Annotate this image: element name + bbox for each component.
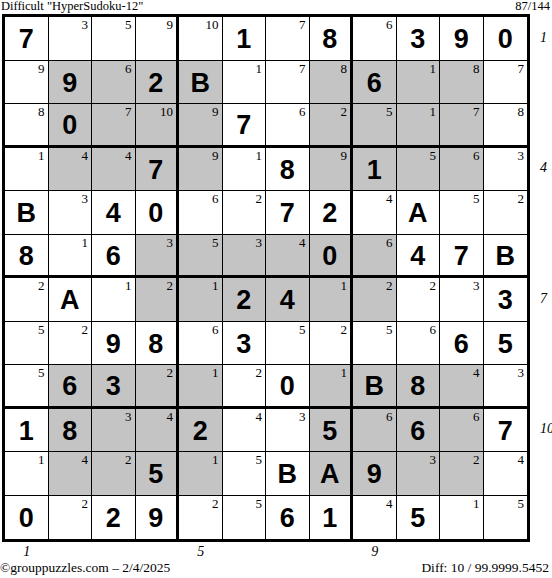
given-value: 7 (280, 197, 295, 227)
corner-mark: 3 (518, 149, 525, 163)
corner-mark: 2 (212, 497, 219, 511)
corner-mark: 2 (82, 497, 89, 511)
given-value: B (191, 67, 211, 97)
cell-r3c1[interactable]: 8 (5, 104, 49, 148)
cell-r1c9[interactable]: 6 (353, 17, 397, 61)
cell-r8c8[interactable]: 2 (310, 322, 354, 366)
given-value: 3 (236, 328, 251, 358)
given-value: 3 (498, 284, 513, 314)
cell-r7c4[interactable]: 2 (136, 278, 180, 322)
cell-r8c2[interactable]: 2 (49, 322, 93, 366)
cell-r7c3[interactable]: 1 (92, 278, 136, 322)
cell-r8c1[interactable]: 5 (5, 322, 49, 366)
corner-mark: 2 (167, 366, 174, 380)
given-value: 7 (454, 240, 469, 270)
given-value: B (17, 197, 37, 227)
cell-r2c10[interactable]: 1 (397, 61, 441, 105)
given-value: 8 (410, 370, 425, 400)
cell-r12c9[interactable]: 4 (353, 496, 397, 540)
corner-mark: 5 (38, 323, 45, 337)
given-value: 5 (410, 502, 425, 532)
cell-r4c3[interactable]: 4 (92, 148, 136, 192)
puzzle-page: Difficult "HyperSudoku-12" 87/144 735910… (0, 0, 552, 578)
corner-mark: 9 (167, 18, 174, 32)
cell-r5c12[interactable]: 2 (484, 191, 528, 235)
corner-mark: 2 (125, 453, 132, 467)
corner-mark: 3 (125, 410, 132, 424)
cell-r4c7: 8 (266, 148, 310, 192)
corner-mark: 7 (518, 62, 525, 76)
progress-counter: 87/144 (515, 0, 550, 14)
cell-r2c12[interactable]: 7 (484, 61, 528, 105)
corner-mark: 6 (386, 18, 393, 32)
given-value: 6 (454, 328, 469, 358)
corner-mark: 4 (82, 453, 89, 467)
corner-mark: 5 (386, 105, 393, 119)
cell-r3c9[interactable]: 5 (353, 104, 397, 148)
cell-r11c5[interactable]: 1 (179, 452, 223, 496)
cell-r5c8: 2 (310, 191, 354, 235)
copyright-footer: ©grouppuzzles.com – 2/4/2025 (0, 560, 170, 576)
given-value: B (496, 240, 516, 270)
corner-mark: 5 (386, 323, 393, 337)
difficulty-footer: Diff: 10 / 99.9999.5452 (421, 560, 549, 576)
corner-mark: 1 (473, 497, 480, 511)
given-value: 9 (62, 67, 77, 97)
cell-r6c7[interactable]: 4 (266, 235, 310, 279)
row-label-1: 1 (540, 30, 547, 46)
cell-r12c11[interactable]: 1 (440, 496, 484, 540)
given-value: A (320, 458, 340, 488)
cell-r5c1: B (5, 191, 49, 235)
given-value: 6 (410, 415, 425, 445)
corner-mark: 2 (341, 323, 348, 337)
given-value: 5 (498, 328, 513, 358)
corner-mark: 3 (256, 236, 263, 250)
cell-r7c12: 3 (484, 278, 528, 322)
corner-mark: 1 (212, 279, 219, 293)
given-value: 2 (148, 67, 163, 97)
cell-r6c5[interactable]: 5 (179, 235, 223, 279)
cell-r11c11[interactable]: 2 (440, 452, 484, 496)
cell-r9c2: 6 (49, 365, 93, 409)
cell-r8c12: 5 (484, 322, 528, 366)
page-title: Difficult "HyperSudoku-12" (1, 0, 143, 14)
cell-r5c3: 4 (92, 191, 136, 235)
corner-mark: 1 (341, 279, 348, 293)
corner-mark: 9 (341, 149, 348, 163)
given-value: 4 (106, 197, 121, 227)
corner-mark: 9 (212, 105, 219, 119)
corner-mark: 6 (386, 410, 393, 424)
cell-r3c2: 0 (49, 104, 93, 148)
corner-mark: 1 (430, 105, 437, 119)
cell-r2c11[interactable]: 8 (440, 61, 484, 105)
cell-r12c6[interactable]: 5 (223, 496, 267, 540)
cell-r4c8[interactable]: 9 (310, 148, 354, 192)
corner-mark: 2 (341, 105, 348, 119)
corner-mark: 9 (38, 62, 45, 76)
given-value: B (278, 458, 298, 488)
given-value: 2 (106, 502, 121, 532)
cell-r10c10: 6 (397, 409, 441, 453)
cell-r11c8: A (310, 452, 354, 496)
cell-r3c12[interactable]: 8 (484, 104, 528, 148)
corner-mark: 9 (212, 149, 219, 163)
cell-r5c6[interactable]: 2 (223, 191, 267, 235)
cell-r7c9[interactable]: 2 (353, 278, 397, 322)
cell-r6c10: 4 (397, 235, 441, 279)
cell-r1c1: 7 (5, 17, 49, 61)
cell-r11c12[interactable]: 4 (484, 452, 528, 496)
cell-r9c9: B (353, 365, 397, 409)
corner-mark: 1 (82, 236, 89, 250)
corner-mark: 7 (125, 105, 132, 119)
corner-mark: 1 (212, 453, 219, 467)
cell-r5c5[interactable]: 6 (179, 191, 223, 235)
corner-mark: 6 (473, 149, 480, 163)
cell-r6c3: 6 (92, 235, 136, 279)
cell-r8c3: 9 (92, 322, 136, 366)
cell-r9c6[interactable]: 2 (223, 365, 267, 409)
given-value: 8 (148, 328, 163, 358)
cell-r3c4[interactable]: 10 (136, 104, 180, 148)
given-value: 7 (236, 109, 251, 139)
cell-r2c3[interactable]: 6 (92, 61, 136, 105)
cell-r6c4[interactable]: 3 (136, 235, 180, 279)
corner-mark: 5 (473, 192, 480, 206)
cell-r3c10[interactable]: 1 (397, 104, 441, 148)
cell-r8c9[interactable]: 5 (353, 322, 397, 366)
cell-r2c4: 2 (136, 61, 180, 105)
cell-r7c2: A (49, 278, 93, 322)
cell-r4c11[interactable]: 6 (440, 148, 484, 192)
cell-r12c5[interactable]: 2 (179, 496, 223, 540)
corner-mark: 3 (299, 410, 306, 424)
corner-mark: 2 (38, 279, 45, 293)
cell-r1c8: 8 (310, 17, 354, 61)
row-label-7: 7 (540, 291, 547, 307)
given-value: 8 (19, 240, 34, 270)
corner-mark: 6 (299, 105, 306, 119)
cell-r1c5[interactable]: 10 (179, 17, 223, 61)
given-value: 0 (498, 23, 513, 53)
corner-mark: 8 (518, 105, 525, 119)
cell-r4c6[interactable]: 1 (223, 148, 267, 192)
given-value: 7 (148, 154, 163, 184)
cell-r3c8[interactable]: 2 (310, 104, 354, 148)
given-value: 1 (236, 23, 251, 53)
corner-mark: 5 (212, 236, 219, 250)
cell-r10c3[interactable]: 3 (92, 409, 136, 453)
row-label-4: 4 (540, 160, 547, 176)
cell-r9c11[interactable]: 4 (440, 365, 484, 409)
cell-r10c4[interactable]: 4 (136, 409, 180, 453)
corner-mark: 3 (82, 18, 89, 32)
cell-r10c2: 8 (49, 409, 93, 453)
corner-mark: 1 (38, 453, 45, 467)
corner-mark: 5 (430, 149, 437, 163)
cell-r4c9: 1 (353, 148, 397, 192)
cell-r2c9: 6 (353, 61, 397, 105)
cell-r9c12[interactable]: 3 (484, 365, 528, 409)
given-value: 9 (454, 23, 469, 53)
cell-r3c6: 7 (223, 104, 267, 148)
cell-r8c6: 3 (223, 322, 267, 366)
cell-r1c4[interactable]: 9 (136, 17, 180, 61)
corner-mark: 3 (167, 236, 174, 250)
given-value: 1 (367, 154, 382, 184)
row-label-10: 10 (540, 421, 552, 437)
sudoku-board: 73591017863909962B1786187807109762517814… (2, 14, 530, 542)
given-value: 6 (280, 502, 295, 532)
cell-r1c3[interactable]: 5 (92, 17, 136, 61)
corner-mark: 4 (82, 149, 89, 163)
cell-r6c6[interactable]: 3 (223, 235, 267, 279)
cell-r11c4: 5 (136, 452, 180, 496)
cell-r2c2: 9 (49, 61, 93, 105)
corner-mark: 5 (38, 366, 45, 380)
corner-mark: 1 (256, 62, 263, 76)
cell-r9c8[interactable]: 1 (310, 365, 354, 409)
corner-mark: 5 (299, 323, 306, 337)
cell-r9c10: 8 (397, 365, 441, 409)
cell-r4c4: 7 (136, 148, 180, 192)
corner-mark: 3 (518, 366, 525, 380)
corner-mark: 4 (473, 366, 480, 380)
cell-r6c2[interactable]: 1 (49, 235, 93, 279)
cell-r10c9[interactable]: 6 (353, 409, 397, 453)
corner-mark: 2 (167, 279, 174, 293)
cell-r10c5: 2 (179, 409, 223, 453)
cell-r10c11[interactable]: 6 (440, 409, 484, 453)
given-value: 9 (148, 502, 163, 532)
cell-r7c11[interactable]: 3 (440, 278, 484, 322)
corner-mark: 2 (82, 323, 89, 337)
corner-mark: 7 (473, 105, 480, 119)
cell-r1c10: 3 (397, 17, 441, 61)
corner-mark: 1 (38, 149, 45, 163)
given-value: A (60, 284, 80, 314)
cell-r7c8[interactable]: 1 (310, 278, 354, 322)
cell-r1c2[interactable]: 3 (49, 17, 93, 61)
cell-r7c10[interactable]: 2 (397, 278, 441, 322)
given-value: 6 (62, 370, 77, 400)
cell-r3c7[interactable]: 6 (266, 104, 310, 148)
cell-r9c7: 0 (266, 365, 310, 409)
cell-r10c1: 1 (5, 409, 49, 453)
corner-mark: 4 (167, 410, 174, 424)
cell-r11c6[interactable]: 5 (223, 452, 267, 496)
cell-r7c5[interactable]: 1 (179, 278, 223, 322)
given-value: 8 (62, 415, 77, 445)
given-value: 0 (148, 197, 163, 227)
cell-r8c7[interactable]: 5 (266, 322, 310, 366)
cell-r4c12[interactable]: 3 (484, 148, 528, 192)
given-value: 0 (322, 240, 337, 270)
given-value: A (408, 197, 428, 227)
corner-mark: 2 (256, 366, 263, 380)
given-value: 7 (19, 23, 34, 53)
cell-r8c5[interactable]: 6 (179, 322, 223, 366)
cell-r4c2[interactable]: 4 (49, 148, 93, 192)
given-value: 4 (280, 284, 295, 314)
corner-mark: 7 (299, 62, 306, 76)
cell-r7c1[interactable]: 2 (5, 278, 49, 322)
corner-mark: 4 (299, 236, 306, 250)
cell-r1c11: 9 (440, 17, 484, 61)
cell-r2c7[interactable]: 7 (266, 61, 310, 105)
corner-mark: 2 (430, 279, 437, 293)
cell-r10c12: 7 (484, 409, 528, 453)
cell-r6c1: 8 (5, 235, 49, 279)
cell-r11c1[interactable]: 1 (5, 452, 49, 496)
corner-mark: 1 (341, 366, 348, 380)
cell-r10c6[interactable]: 4 (223, 409, 267, 453)
corner-mark: 8 (341, 62, 348, 76)
cell-r5c4: 0 (136, 191, 180, 235)
corner-mark: 4 (518, 453, 525, 467)
corner-mark: 8 (38, 105, 45, 119)
cell-r11c9: 9 (353, 452, 397, 496)
cell-r12c8: 1 (310, 496, 354, 540)
cell-r3c3[interactable]: 7 (92, 104, 136, 148)
given-value: 6 (367, 67, 382, 97)
cell-r1c6: 1 (223, 17, 267, 61)
corner-mark: 8 (473, 62, 480, 76)
given-value: 1 (322, 502, 337, 532)
given-value: 6 (106, 240, 121, 270)
corner-mark: 3 (82, 192, 89, 206)
cell-r12c1: 0 (5, 496, 49, 540)
given-value: B (365, 370, 385, 400)
cell-r4c5[interactable]: 9 (179, 148, 223, 192)
cell-r5c10: A (397, 191, 441, 235)
cell-r10c8: 5 (310, 409, 354, 453)
cell-r2c5: B (179, 61, 223, 105)
corner-mark: 1 (256, 149, 263, 163)
cell-r10c7[interactable]: 3 (266, 409, 310, 453)
cell-r12c7: 6 (266, 496, 310, 540)
given-value: 5 (322, 415, 337, 445)
given-value: 9 (106, 328, 121, 358)
cell-r3c5[interactable]: 9 (179, 104, 223, 148)
cell-r11c2[interactable]: 4 (49, 452, 93, 496)
corner-mark: 4 (125, 149, 132, 163)
given-value: 0 (19, 502, 34, 532)
cell-r5c9[interactable]: 4 (353, 191, 397, 235)
corner-mark: 5 (256, 497, 263, 511)
cell-r12c4: 9 (136, 496, 180, 540)
cell-r3c11[interactable]: 7 (440, 104, 484, 148)
cell-r1c7[interactable]: 7 (266, 17, 310, 61)
cell-r8c4: 8 (136, 322, 180, 366)
cell-r4c10[interactable]: 5 (397, 148, 441, 192)
corner-mark: 6 (212, 192, 219, 206)
cell-r12c12[interactable]: 5 (484, 496, 528, 540)
cell-r4c1[interactable]: 1 (5, 148, 49, 192)
cell-r6c11: 7 (440, 235, 484, 279)
corner-mark: 1 (430, 62, 437, 76)
cell-r12c3: 2 (92, 496, 136, 540)
cell-r11c7: B (266, 452, 310, 496)
given-value: 3 (410, 23, 425, 53)
corner-mark: 3 (473, 279, 480, 293)
given-value: 0 (62, 109, 77, 139)
cell-r8c10[interactable]: 6 (397, 322, 441, 366)
corner-mark: 5 (518, 497, 525, 511)
cell-r7c6: 2 (223, 278, 267, 322)
corner-mark: 2 (256, 192, 263, 206)
cell-r9c3: 3 (92, 365, 136, 409)
cell-r5c2[interactable]: 3 (49, 191, 93, 235)
cell-r9c4[interactable]: 2 (136, 365, 180, 409)
corner-mark: 10 (160, 105, 173, 119)
given-value: 0 (280, 370, 295, 400)
given-value: 2 (322, 197, 337, 227)
cell-r2c6[interactable]: 1 (223, 61, 267, 105)
corner-mark: 4 (386, 192, 393, 206)
cell-r12c2[interactable]: 2 (49, 496, 93, 540)
given-value: 2 (236, 284, 251, 314)
col-label-5: 5 (197, 544, 204, 560)
cell-r6c8: 0 (310, 235, 354, 279)
corner-mark: 3 (430, 453, 437, 467)
corner-mark: 4 (256, 410, 263, 424)
corner-mark: 5 (125, 18, 132, 32)
corner-mark: 1 (125, 279, 132, 293)
cell-r8c11: 6 (440, 322, 484, 366)
cell-r1c12: 0 (484, 17, 528, 61)
corner-mark: 5 (256, 453, 263, 467)
corner-mark: 6 (125, 62, 132, 76)
corner-mark: 6 (386, 236, 393, 250)
cell-r6c9[interactable]: 6 (353, 235, 397, 279)
given-value: 9 (367, 458, 382, 488)
given-value: 8 (322, 23, 337, 53)
corner-mark: 10 (206, 18, 219, 32)
given-value: 2 (193, 415, 208, 445)
col-label-9: 9 (371, 544, 378, 560)
col-label-1: 1 (23, 544, 30, 560)
cell-r9c1[interactable]: 5 (5, 365, 49, 409)
given-value: 3 (106, 370, 121, 400)
cell-r5c7: 7 (266, 191, 310, 235)
corner-mark: 6 (430, 323, 437, 337)
given-value: 5 (148, 458, 163, 488)
corner-mark: 7 (299, 18, 306, 32)
cell-r12c10: 5 (397, 496, 441, 540)
cell-r2c1[interactable]: 9 (5, 61, 49, 105)
given-value: 7 (498, 415, 513, 445)
corner-mark: 2 (473, 453, 480, 467)
given-value: 8 (280, 154, 295, 184)
cell-r7c7: 4 (266, 278, 310, 322)
cell-r11c3[interactable]: 2 (92, 452, 136, 496)
corner-mark: 6 (212, 323, 219, 337)
corner-mark: 1 (212, 366, 219, 380)
corner-mark: 2 (518, 192, 525, 206)
cell-r6c12: B (484, 235, 528, 279)
corner-mark: 2 (386, 279, 393, 293)
given-value: 4 (410, 240, 425, 270)
cell-r9c5[interactable]: 1 (179, 365, 223, 409)
cell-r2c8[interactable]: 8 (310, 61, 354, 105)
cell-r5c11[interactable]: 5 (440, 191, 484, 235)
cell-r11c10[interactable]: 3 (397, 452, 441, 496)
given-value: 1 (19, 415, 34, 445)
corner-mark: 4 (386, 497, 393, 511)
